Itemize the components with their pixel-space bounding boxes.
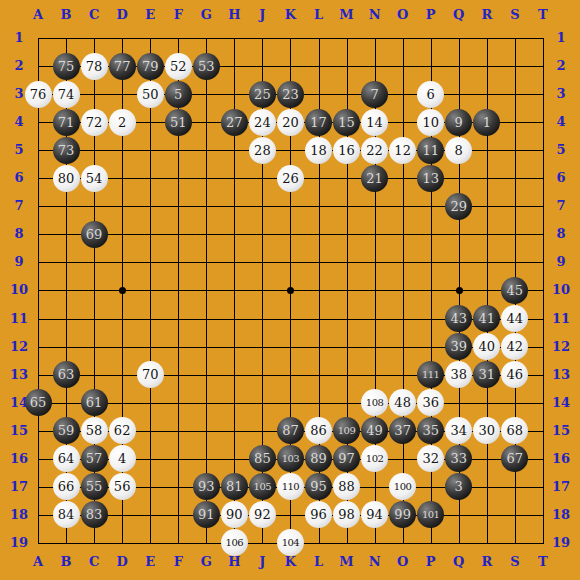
stone-move-number: 31 [479, 368, 496, 381]
stone-black-49-N15[interactable]: 49 [361, 417, 388, 444]
col-label-bottom-N: N [364, 554, 386, 570]
stone-move-number: 11 [422, 144, 439, 157]
col-label-top-B: B [55, 7, 77, 23]
col-label-bottom-B: B [55, 554, 77, 570]
stone-white-4-D16[interactable]: 4 [109, 445, 136, 472]
stone-move-number: 69 [86, 228, 103, 241]
stone-move-number: 94 [366, 508, 383, 521]
col-label-bottom-M: M [336, 554, 358, 570]
col-label-top-O: O [392, 7, 414, 23]
stone-move-number: 15 [338, 116, 355, 129]
stone-white-22-N5[interactable]: 22 [361, 137, 388, 164]
stone-move-number: 97 [338, 452, 355, 465]
col-label-bottom-P: P [420, 554, 442, 570]
stone-move-number: 39 [450, 340, 467, 353]
stone-black-77-D2[interactable]: 77 [109, 53, 136, 80]
stone-white-16-M5[interactable]: 16 [333, 137, 360, 164]
stone-move-number: 24 [254, 116, 271, 129]
stone-move-number: 102 [366, 454, 384, 464]
stone-black-101-P18[interactable]: 101 [417, 501, 444, 528]
stone-move-number: 41 [479, 312, 496, 325]
grid-line-vertical [206, 38, 207, 544]
stone-move-number: 103 [282, 454, 300, 464]
stone-black-35-P15[interactable]: 35 [417, 417, 444, 444]
grid-line-horizontal [38, 403, 544, 404]
stone-move-number: 2 [118, 116, 126, 129]
stone-white-110-K17[interactable]: 110 [277, 473, 304, 500]
row-label-left-12: 12 [8, 339, 30, 355]
stone-move-number: 12 [394, 144, 411, 157]
stone-move-number: 38 [450, 368, 467, 381]
col-label-top-K: K [279, 7, 301, 23]
stone-move-number: 98 [338, 508, 355, 521]
col-label-top-A: A [27, 7, 49, 23]
row-label-left-8: 8 [8, 226, 30, 242]
stone-white-52-F2[interactable]: 52 [165, 53, 192, 80]
row-label-left-7: 7 [8, 198, 30, 214]
stone-black-3-Q17[interactable]: 3 [445, 473, 472, 500]
stone-black-99-O18[interactable]: 99 [389, 501, 416, 528]
stone-move-number: 30 [479, 424, 496, 437]
row-label-right-5: 5 [550, 142, 572, 158]
stone-white-74-B3[interactable]: 74 [53, 81, 80, 108]
row-label-left-6: 6 [8, 170, 30, 186]
stone-move-number: 73 [58, 144, 75, 157]
stone-move-number: 29 [450, 200, 467, 213]
stone-white-6-P3[interactable]: 6 [417, 81, 444, 108]
col-label-top-R: R [476, 7, 498, 23]
stone-move-number: 55 [86, 480, 103, 493]
col-label-bottom-S: S [504, 554, 526, 570]
row-label-left-9: 9 [8, 254, 30, 270]
stone-move-number: 83 [86, 508, 103, 521]
stone-black-63-B13[interactable]: 63 [53, 361, 80, 388]
stone-move-number: 89 [310, 452, 327, 465]
stone-black-67-S16[interactable]: 67 [501, 445, 528, 472]
stone-move-number: 105 [254, 482, 272, 492]
stone-black-87-K15[interactable]: 87 [277, 417, 304, 444]
stone-move-number: 17 [310, 116, 327, 129]
stone-black-27-H4[interactable]: 27 [221, 109, 248, 136]
stone-black-95-L17[interactable]: 95 [305, 473, 332, 500]
row-label-left-2: 2 [8, 58, 30, 74]
stone-move-number: 57 [86, 452, 103, 465]
stone-white-42-S12[interactable]: 42 [501, 333, 528, 360]
stone-white-32-P16[interactable]: 32 [417, 445, 444, 472]
row-label-right-3: 3 [550, 86, 572, 102]
stone-white-40-R12[interactable]: 40 [473, 333, 500, 360]
stone-black-43-Q11[interactable]: 43 [445, 305, 472, 332]
stone-white-72-C4[interactable]: 72 [81, 109, 108, 136]
stone-black-57-C16[interactable]: 57 [81, 445, 108, 472]
stone-move-number: 33 [450, 452, 467, 465]
row-label-right-4: 4 [550, 114, 572, 130]
stone-white-18-L5[interactable]: 18 [305, 137, 332, 164]
stone-move-number: 45 [507, 284, 524, 297]
col-label-top-C: C [83, 7, 105, 23]
stone-move-number: 13 [422, 172, 439, 185]
stone-white-66-B17[interactable]: 66 [53, 473, 80, 500]
stone-move-number: 64 [58, 452, 75, 465]
stone-move-number: 104 [282, 538, 300, 548]
stone-white-98-M18[interactable]: 98 [333, 501, 360, 528]
stone-black-45-S10[interactable]: 45 [501, 277, 528, 304]
stone-black-111-P13[interactable]: 111 [417, 361, 444, 388]
col-label-top-F: F [167, 7, 189, 23]
row-label-right-11: 11 [550, 311, 572, 327]
stone-move-number: 56 [114, 480, 131, 493]
stone-white-20-K4[interactable]: 20 [277, 109, 304, 136]
row-label-left-11: 11 [8, 311, 30, 327]
stone-black-53-G2[interactable]: 53 [193, 53, 220, 80]
col-label-top-M: M [336, 7, 358, 23]
col-label-bottom-R: R [476, 554, 498, 570]
stone-move-number: 75 [58, 60, 75, 73]
stone-move-number: 81 [226, 480, 243, 493]
row-label-left-1: 1 [8, 30, 30, 46]
stone-move-number: 61 [86, 396, 103, 409]
stone-move-number: 1 [483, 116, 491, 129]
row-label-right-1: 1 [550, 30, 572, 46]
stone-black-25-J3[interactable]: 25 [249, 81, 276, 108]
stone-black-5-F3[interactable]: 5 [165, 81, 192, 108]
stone-black-33-Q16[interactable]: 33 [445, 445, 472, 472]
stone-white-80-B6[interactable]: 80 [53, 165, 80, 192]
stone-black-91-G18[interactable]: 91 [193, 501, 220, 528]
go-board[interactable]: AABBCCDDEEFFGGHHJJKKLLMMNNOOPPQQRRSSTT11… [0, 0, 580, 580]
star-point-D10 [119, 287, 126, 294]
stone-white-70-E13[interactable]: 70 [137, 361, 164, 388]
stone-white-30-R15[interactable]: 30 [473, 417, 500, 444]
stone-black-73-B5[interactable]: 73 [53, 137, 80, 164]
row-label-right-6: 6 [550, 170, 572, 186]
stone-move-number: 74 [58, 88, 75, 101]
stone-move-number: 18 [310, 144, 327, 157]
stone-move-number: 46 [507, 368, 524, 381]
stone-move-number: 9 [455, 116, 463, 129]
stone-black-9-Q4[interactable]: 9 [445, 109, 472, 136]
col-label-top-D: D [111, 7, 133, 23]
stone-white-12-O5[interactable]: 12 [389, 137, 416, 164]
stone-black-75-B2[interactable]: 75 [53, 53, 80, 80]
stone-white-48-O14[interactable]: 48 [389, 389, 416, 416]
stone-black-15-M4[interactable]: 15 [333, 109, 360, 136]
col-label-bottom-H: H [223, 554, 245, 570]
stone-white-44-S11[interactable]: 44 [501, 305, 528, 332]
stone-black-59-B15[interactable]: 59 [53, 417, 80, 444]
stone-move-number: 92 [254, 508, 271, 521]
col-label-top-H: H [223, 7, 245, 23]
stone-white-90-H18[interactable]: 90 [221, 501, 248, 528]
stone-black-71-B4[interactable]: 71 [53, 109, 80, 136]
row-label-right-10: 10 [550, 282, 572, 298]
stone-move-number: 4 [118, 452, 126, 465]
col-label-top-G: G [195, 7, 217, 23]
stone-move-number: 65 [30, 396, 47, 409]
row-label-left-10: 10 [8, 282, 30, 298]
row-label-right-15: 15 [550, 423, 572, 439]
stone-move-number: 48 [394, 396, 411, 409]
stone-black-89-L16[interactable]: 89 [305, 445, 332, 472]
stone-black-13-P6[interactable]: 13 [417, 165, 444, 192]
stone-move-number: 25 [254, 88, 271, 101]
stone-black-7-N3[interactable]: 7 [361, 81, 388, 108]
stone-move-number: 42 [507, 340, 524, 353]
stone-black-61-C14[interactable]: 61 [81, 389, 108, 416]
stone-move-number: 53 [198, 60, 215, 73]
stone-black-11-P5[interactable]: 11 [417, 137, 444, 164]
stone-white-108-N14[interactable]: 108 [361, 389, 388, 416]
stone-black-51-F4[interactable]: 51 [165, 109, 192, 136]
row-label-left-16: 16 [8, 451, 30, 467]
stone-move-number: 49 [366, 424, 383, 437]
stone-move-number: 86 [310, 424, 327, 437]
stone-move-number: 77 [114, 60, 131, 73]
stone-white-58-C15[interactable]: 58 [81, 417, 108, 444]
stone-move-number: 10 [422, 116, 439, 129]
stone-move-number: 95 [310, 480, 327, 493]
row-label-right-19: 19 [550, 535, 572, 551]
stone-move-number: 6 [427, 88, 435, 101]
stone-black-37-O15[interactable]: 37 [389, 417, 416, 444]
stone-move-number: 80 [58, 172, 75, 185]
stone-move-number: 58 [86, 424, 103, 437]
stone-move-number: 72 [86, 116, 103, 129]
stone-black-103-K16[interactable]: 103 [277, 445, 304, 472]
stone-move-number: 5 [174, 88, 182, 101]
stone-move-number: 50 [142, 88, 159, 101]
col-label-top-Q: Q [448, 7, 470, 23]
stone-move-number: 99 [394, 508, 411, 521]
stone-move-number: 59 [58, 424, 75, 437]
stone-move-number: 68 [507, 424, 524, 437]
stone-white-62-D15[interactable]: 62 [109, 417, 136, 444]
stone-move-number: 8 [455, 144, 463, 157]
stone-move-number: 21 [366, 172, 383, 185]
stone-move-number: 87 [282, 424, 299, 437]
col-label-bottom-Q: Q [448, 554, 470, 570]
stone-black-65-A14[interactable]: 65 [25, 389, 52, 416]
grid-line-horizontal [38, 38, 544, 39]
stone-black-85-J16[interactable]: 85 [249, 445, 276, 472]
stone-white-68-S15[interactable]: 68 [501, 417, 528, 444]
stone-move-number: 100 [394, 482, 412, 492]
row-label-left-19: 19 [8, 535, 30, 551]
stone-black-17-L4[interactable]: 17 [305, 109, 332, 136]
stone-move-number: 63 [58, 368, 75, 381]
stone-move-number: 93 [198, 480, 215, 493]
grid-line-horizontal [38, 515, 544, 516]
stone-black-109-M15[interactable]: 109 [333, 417, 360, 444]
stone-move-number: 110 [282, 482, 300, 492]
stone-move-number: 51 [170, 116, 187, 129]
stone-move-number: 109 [338, 426, 356, 436]
stone-move-number: 70 [142, 368, 159, 381]
stone-move-number: 40 [479, 340, 496, 353]
stone-move-number: 91 [198, 508, 215, 521]
stone-black-41-R11[interactable]: 41 [473, 305, 500, 332]
col-label-top-L: L [308, 7, 330, 23]
stone-white-102-N16[interactable]: 102 [361, 445, 388, 472]
col-label-bottom-L: L [308, 554, 330, 570]
stone-move-number: 22 [366, 144, 383, 157]
star-point-Q10 [456, 287, 463, 294]
stone-white-94-N18[interactable]: 94 [361, 501, 388, 528]
stone-move-number: 27 [226, 116, 243, 129]
col-label-bottom-O: O [392, 554, 414, 570]
stone-white-104-K19[interactable]: 104 [277, 529, 304, 556]
col-label-bottom-J: J [251, 554, 273, 570]
stone-black-21-N6[interactable]: 21 [361, 165, 388, 192]
row-label-right-14: 14 [550, 395, 572, 411]
grid-line-vertical [543, 38, 544, 544]
stone-move-number: 37 [394, 424, 411, 437]
stone-white-10-P4[interactable]: 10 [417, 109, 444, 136]
col-label-top-P: P [420, 7, 442, 23]
stone-white-36-P14[interactable]: 36 [417, 389, 444, 416]
col-label-top-S: S [504, 7, 526, 23]
stone-white-92-J18[interactable]: 92 [249, 501, 276, 528]
stone-black-1-R4[interactable]: 1 [473, 109, 500, 136]
stone-move-number: 108 [366, 398, 384, 408]
col-label-bottom-G: G [195, 554, 217, 570]
row-label-right-18: 18 [550, 507, 572, 523]
stone-move-number: 16 [338, 144, 355, 157]
grid-line-vertical [150, 38, 151, 544]
stone-white-2-D4[interactable]: 2 [109, 109, 136, 136]
stone-black-55-C17[interactable]: 55 [81, 473, 108, 500]
stone-move-number: 96 [310, 508, 327, 521]
stone-white-86-L15[interactable]: 86 [305, 417, 332, 444]
col-label-top-T: T [532, 7, 554, 23]
stone-move-number: 14 [366, 116, 383, 129]
stone-white-26-K6[interactable]: 26 [277, 165, 304, 192]
row-label-right-2: 2 [550, 58, 572, 74]
col-label-bottom-K: K [279, 554, 301, 570]
stone-white-34-Q15[interactable]: 34 [445, 417, 472, 444]
row-label-right-13: 13 [550, 367, 572, 383]
stone-black-23-K3[interactable]: 23 [277, 81, 304, 108]
stone-white-28-J5[interactable]: 28 [249, 137, 276, 164]
stone-black-81-H17[interactable]: 81 [221, 473, 248, 500]
row-label-left-4: 4 [8, 114, 30, 130]
stone-move-number: 23 [282, 88, 299, 101]
stone-move-number: 66 [58, 480, 75, 493]
stone-move-number: 84 [58, 508, 75, 521]
row-label-right-17: 17 [550, 479, 572, 495]
stone-white-24-J4[interactable]: 24 [249, 109, 276, 136]
col-label-bottom-A: A [27, 554, 49, 570]
stone-white-56-D17[interactable]: 56 [109, 473, 136, 500]
stone-move-number: 71 [58, 116, 75, 129]
stone-white-64-B16[interactable]: 64 [53, 445, 80, 472]
stone-move-number: 101 [422, 510, 440, 520]
stone-move-number: 35 [422, 424, 439, 437]
stone-move-number: 44 [507, 312, 524, 325]
stone-move-number: 28 [254, 144, 271, 157]
row-label-left-17: 17 [8, 479, 30, 495]
stone-white-50-E3[interactable]: 50 [137, 81, 164, 108]
col-label-top-N: N [364, 7, 386, 23]
stone-move-number: 43 [450, 312, 467, 325]
star-point-K10 [287, 287, 294, 294]
stone-move-number: 79 [142, 60, 159, 73]
col-label-top-E: E [139, 7, 161, 23]
stone-move-number: 32 [422, 452, 439, 465]
stone-move-number: 36 [422, 396, 439, 409]
stone-black-31-R13[interactable]: 31 [473, 361, 500, 388]
stone-move-number: 111 [422, 370, 440, 380]
stone-white-96-L18[interactable]: 96 [305, 501, 332, 528]
col-label-bottom-C: C [83, 554, 105, 570]
row-label-left-15: 15 [8, 423, 30, 439]
stone-black-79-E2[interactable]: 79 [137, 53, 164, 80]
stone-move-number: 7 [370, 88, 378, 101]
grid-line-vertical [403, 38, 404, 544]
stone-white-14-N4[interactable]: 14 [361, 109, 388, 136]
grid-line-vertical [38, 38, 39, 544]
stone-black-39-Q12[interactable]: 39 [445, 333, 472, 360]
stone-black-93-G17[interactable]: 93 [193, 473, 220, 500]
row-label-right-8: 8 [550, 226, 572, 242]
stone-white-78-C2[interactable]: 78 [81, 53, 108, 80]
stone-black-29-Q7[interactable]: 29 [445, 193, 472, 220]
stone-move-number: 67 [507, 452, 524, 465]
stone-white-88-M17[interactable]: 88 [333, 473, 360, 500]
stone-white-76-A3[interactable]: 76 [25, 81, 52, 108]
stone-move-number: 26 [282, 172, 299, 185]
stone-black-83-C18[interactable]: 83 [81, 501, 108, 528]
stone-move-number: 20 [282, 116, 299, 129]
stone-move-number: 34 [450, 424, 467, 437]
row-label-left-18: 18 [8, 507, 30, 523]
stone-white-84-B18[interactable]: 84 [53, 501, 80, 528]
stone-black-97-M16[interactable]: 97 [333, 445, 360, 472]
grid-line-horizontal [38, 234, 544, 235]
row-label-right-9: 9 [550, 254, 572, 270]
col-label-bottom-F: F [167, 554, 189, 570]
stone-move-number: 54 [86, 172, 103, 185]
grid-line-horizontal [38, 262, 544, 263]
row-label-right-12: 12 [550, 339, 572, 355]
stone-move-number: 85 [254, 452, 271, 465]
col-label-bottom-T: T [532, 554, 554, 570]
stone-black-105-J17[interactable]: 105 [249, 473, 276, 500]
stone-move-number: 78 [86, 60, 103, 73]
stone-move-number: 88 [338, 480, 355, 493]
stone-move-number: 52 [170, 60, 187, 73]
stone-move-number: 62 [114, 424, 131, 437]
stone-move-number: 76 [30, 88, 47, 101]
col-label-bottom-E: E [139, 554, 161, 570]
stone-white-100-O17[interactable]: 100 [389, 473, 416, 500]
stone-white-54-C6[interactable]: 54 [81, 165, 108, 192]
stone-white-8-Q5[interactable]: 8 [445, 137, 472, 164]
row-label-right-7: 7 [550, 198, 572, 214]
row-label-right-16: 16 [550, 451, 572, 467]
stone-move-number: 106 [226, 538, 244, 548]
stone-white-106-H19[interactable]: 106 [221, 529, 248, 556]
col-label-bottom-D: D [111, 554, 133, 570]
stone-white-38-Q13[interactable]: 38 [445, 361, 472, 388]
stone-move-number: 90 [226, 508, 243, 521]
stone-white-46-S13[interactable]: 46 [501, 361, 528, 388]
stone-move-number: 3 [455, 480, 463, 493]
row-label-left-5: 5 [8, 142, 30, 158]
col-label-top-J: J [251, 7, 273, 23]
row-label-left-13: 13 [8, 367, 30, 383]
stone-black-69-C8[interactable]: 69 [81, 221, 108, 248]
